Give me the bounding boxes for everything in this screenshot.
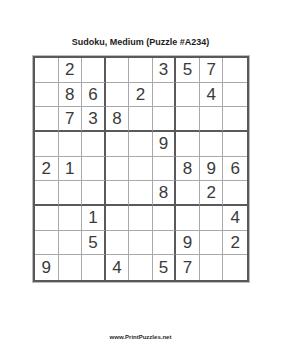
sudoku-cell-r3c2: 7 [59,107,83,132]
puzzle-title: Sudoku, Medium (Puzzle #A234) [0,37,281,47]
sudoku-cell-r8c8[interactable] [200,231,224,256]
sudoku-cell-r4c2[interactable] [59,132,83,157]
sudoku-cell-r2c2: 8 [59,83,83,108]
sudoku-cell-r5c9: 6 [223,157,247,182]
sudoku-cell-r5c1: 2 [35,157,59,182]
sudoku-cell-r1c1[interactable] [35,58,59,83]
sudoku-cell-r5c7: 8 [176,157,200,182]
sudoku-cell-r8c9: 2 [223,231,247,256]
sudoku-cell-r7c1[interactable] [35,206,59,231]
sudoku-cell-r5c6[interactable] [153,157,177,182]
sudoku-cell-r9c5[interactable] [129,255,153,280]
sudoku-cell-r3c3: 3 [82,107,106,132]
sudoku-cell-r1c5[interactable] [129,58,153,83]
sudoku-cell-r4c9[interactable] [223,132,247,157]
sudoku-cell-r8c1[interactable] [35,231,59,256]
sudoku-cell-r7c8[interactable] [200,206,224,231]
sudoku-cell-r6c3[interactable] [82,181,106,206]
sudoku-cell-r4c8[interactable] [200,132,224,157]
sudoku-cell-r5c5[interactable] [129,157,153,182]
sudoku-cell-r1c4[interactable] [106,58,130,83]
sudoku-cell-r6c1[interactable] [35,181,59,206]
sudoku-cell-r9c6: 5 [153,255,177,280]
sudoku-cell-r9c7: 7 [176,255,200,280]
sudoku-cell-r4c6: 9 [153,132,177,157]
sudoku-cell-r1c7: 5 [176,58,200,83]
sudoku-cell-r8c7: 9 [176,231,200,256]
sudoku-cell-r5c4[interactable] [106,157,130,182]
sudoku-cell-r3c8[interactable] [200,107,224,132]
sudoku-cell-r9c1: 9 [35,255,59,280]
sudoku-cell-r3c4: 8 [106,107,130,132]
sudoku-cell-r4c1[interactable] [35,132,59,157]
sudoku-cell-r2c9[interactable] [223,83,247,108]
sudoku-cell-r9c9[interactable] [223,255,247,280]
sudoku-cell-r5c8: 9 [200,157,224,182]
sudoku-cell-r9c2[interactable] [59,255,83,280]
sudoku-cell-r1c2: 2 [59,58,83,83]
sudoku-cell-r7c6[interactable] [153,206,177,231]
sudoku-cell-r9c8[interactable] [200,255,224,280]
sudoku-cell-r3c7[interactable] [176,107,200,132]
sudoku-cell-r6c7[interactable] [176,181,200,206]
sudoku-cell-r2c7[interactable] [176,83,200,108]
sudoku-cell-r4c4[interactable] [106,132,130,157]
sudoku-cell-r3c9[interactable] [223,107,247,132]
sudoku-cell-r6c5[interactable] [129,181,153,206]
sudoku-board: 2357862473892189682145929457 [33,56,249,282]
sudoku-cell-r5c3[interactable] [82,157,106,182]
sudoku-cell-r1c8: 7 [200,58,224,83]
sudoku-cell-r2c6[interactable] [153,83,177,108]
sudoku-cell-r5c2: 1 [59,157,83,182]
sudoku-cell-r7c3: 1 [82,206,106,231]
sudoku-cell-r1c6: 3 [153,58,177,83]
sudoku-cell-r8c4[interactable] [106,231,130,256]
sudoku-cell-r2c4[interactable] [106,83,130,108]
sudoku-cell-r1c3[interactable] [82,58,106,83]
sudoku-cell-r3c1[interactable] [35,107,59,132]
sudoku-cell-r6c9[interactable] [223,181,247,206]
sudoku-cell-r2c1[interactable] [35,83,59,108]
sudoku-cell-r9c3[interactable] [82,255,106,280]
sudoku-cell-r3c5[interactable] [129,107,153,132]
sudoku-cell-r8c2[interactable] [59,231,83,256]
sudoku-cell-r4c3[interactable] [82,132,106,157]
footer-url: www.PrintPuzzles.net [0,334,281,340]
sudoku-cell-r2c5: 2 [129,83,153,108]
sudoku-cell-r8c6[interactable] [153,231,177,256]
sudoku-cell-r2c8: 4 [200,83,224,108]
sudoku-cell-r4c5[interactable] [129,132,153,157]
sudoku-cell-r9c4: 4 [106,255,130,280]
sudoku-cell-r2c3: 6 [82,83,106,108]
sudoku-cell-r6c2[interactable] [59,181,83,206]
sudoku-cell-r6c8: 2 [200,181,224,206]
sudoku-cell-r7c2[interactable] [59,206,83,231]
sudoku-cell-r7c9: 4 [223,206,247,231]
sudoku-cell-r7c7[interactable] [176,206,200,231]
sudoku-cell-r4c7[interactable] [176,132,200,157]
sudoku-cell-r8c3: 5 [82,231,106,256]
sudoku-cell-r7c4[interactable] [106,206,130,231]
sudoku-cell-r3c6[interactable] [153,107,177,132]
sudoku-cell-r1c9[interactable] [223,58,247,83]
sudoku-cell-r7c5[interactable] [129,206,153,231]
sudoku-cell-r6c4[interactable] [106,181,130,206]
sudoku-cell-r6c6: 8 [153,181,177,206]
sudoku-cell-r8c5[interactable] [129,231,153,256]
